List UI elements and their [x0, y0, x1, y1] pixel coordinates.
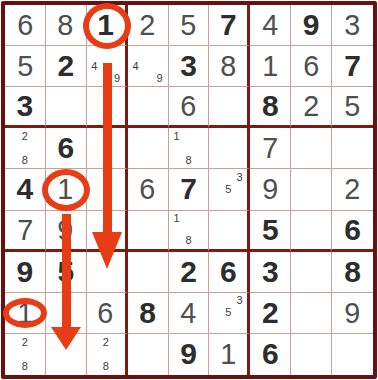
cell-r4c9[interactable] — [332, 128, 373, 169]
cell-r5c7[interactable]: 9 — [250, 169, 291, 210]
cell-r1c8[interactable]: 9 — [291, 5, 332, 46]
cell-r7c5[interactable]: 2 — [169, 252, 210, 293]
pencil-mark-9: 9 — [154, 72, 166, 84]
cell-r6c2[interactable]: 9 — [46, 211, 87, 252]
given-digit: 3 — [345, 10, 361, 40]
given-digit: 6 — [98, 298, 114, 328]
pencil-marks: 28 — [7, 336, 43, 373]
given-digit: 1 — [17, 298, 33, 328]
cell-r2c8[interactable]: 6 — [291, 46, 332, 87]
cell-r2c6[interactable]: 8 — [209, 46, 250, 87]
given-digit: 6 — [303, 51, 319, 81]
pencil-mark-9: 9 — [111, 72, 122, 84]
cell-r1c1[interactable]: 6 — [5, 5, 46, 46]
given-digit: 6 — [17, 10, 33, 40]
solved-digit: 8 — [344, 257, 361, 287]
pencil-marks: 18 — [171, 213, 207, 247]
cell-r3c6[interactable] — [209, 87, 250, 128]
cell-r3c1[interactable]: 3 — [5, 87, 46, 128]
cell-r8c3[interactable]: 6 — [87, 293, 128, 334]
cell-r1c5[interactable]: 5 — [169, 5, 210, 46]
cell-r4c2[interactable]: 6 — [46, 128, 87, 169]
cell-r3c4[interactable] — [128, 87, 169, 128]
cell-r3c7[interactable]: 8 — [250, 87, 291, 128]
solved-digit: 7 — [220, 10, 237, 40]
cell-r1c6[interactable]: 7 — [209, 5, 250, 46]
cell-r3c5[interactable]: 6 — [169, 87, 210, 128]
pencil-marks: 35 — [211, 295, 245, 331]
cell-r9c8[interactable] — [291, 334, 332, 375]
pencil-mark-4: 4 — [130, 60, 142, 72]
solved-digit: 9 — [17, 257, 34, 287]
given-digit: 2 — [345, 174, 361, 204]
cell-r6c5[interactable]: 18 — [169, 211, 210, 252]
solved-digit: 2 — [57, 51, 74, 81]
cell-r9c6[interactable]: 1 — [209, 334, 250, 375]
cell-r1c9[interactable]: 3 — [332, 5, 373, 46]
cell-r7c3[interactable] — [87, 252, 128, 293]
given-digit: 7 — [262, 133, 278, 163]
solved-digit: 6 — [220, 257, 237, 287]
cell-r7c9[interactable]: 8 — [332, 252, 373, 293]
given-digit: 4 — [180, 298, 196, 328]
cell-r3c2[interactable] — [46, 87, 87, 128]
solved-digit: 3 — [17, 91, 34, 121]
cell-r6c1[interactable]: 7 — [5, 211, 46, 252]
given-digit: 6 — [180, 91, 196, 121]
cell-r5c8[interactable] — [291, 169, 332, 210]
pencil-mark-2: 2 — [19, 130, 31, 142]
cell-r4c3[interactable] — [87, 128, 128, 169]
solved-digit: 6 — [344, 215, 361, 245]
cell-r1c4[interactable]: 2 — [128, 5, 169, 46]
given-digit: 2 — [140, 10, 156, 40]
pencil-mark-5: 5 — [223, 307, 234, 319]
cell-r9c7[interactable]: 6 — [250, 334, 291, 375]
cell-r9c9[interactable] — [332, 334, 373, 375]
cell-r7c2[interactable]: 5 — [46, 252, 87, 293]
cell-r5c5[interactable]: 7 — [169, 169, 210, 210]
cell-r8c7[interactable]: 2 — [250, 293, 291, 334]
given-digit: 9 — [262, 174, 278, 204]
solved-digit: 4 — [17, 174, 34, 204]
cell-r4c4[interactable] — [128, 128, 169, 169]
solved-digit: 3 — [262, 257, 279, 287]
cell-r2c9[interactable]: 7 — [332, 46, 373, 87]
cell-r7c6[interactable]: 6 — [209, 252, 250, 293]
pencil-mark-1: 1 — [171, 213, 183, 224]
pencil-mark-5: 5 — [223, 183, 234, 195]
solved-digit: 7 — [180, 174, 197, 204]
cell-r8c9[interactable]: 9 — [332, 293, 373, 334]
cell-r7c1[interactable]: 9 — [5, 252, 46, 293]
cell-r2c2[interactable]: 2 — [46, 46, 87, 87]
given-digit: 4 — [262, 10, 278, 40]
given-digit: 1 — [262, 51, 278, 81]
solved-digit: 6 — [57, 133, 74, 163]
cell-r6c8[interactable] — [291, 211, 332, 252]
pencil-marks: 49 — [130, 48, 166, 84]
cell-r4c7[interactable]: 7 — [250, 128, 291, 169]
solved-digit: 5 — [262, 215, 279, 245]
cell-r5c4[interactable]: 6 — [128, 169, 169, 210]
cell-r4c1[interactable]: 28 — [5, 128, 46, 169]
pencil-marks: 28 — [7, 130, 43, 166]
cell-r8c4[interactable]: 8 — [128, 293, 169, 334]
cell-r1c2[interactable]: 8 — [46, 5, 87, 46]
cell-r2c3[interactable]: 49 — [87, 46, 128, 87]
cell-r5c6[interactable]: 35 — [209, 169, 250, 210]
sudoku-app: 6812574935249493816736825286187416735927… — [0, 0, 378, 380]
pencil-mark-2: 2 — [19, 336, 31, 348]
cell-r6c6[interactable] — [209, 211, 250, 252]
pencil-mark-1: 1 — [171, 130, 183, 142]
cell-r8c1[interactable]: 1 — [5, 293, 46, 334]
pencil-mark-8: 8 — [100, 361, 111, 373]
cell-r6c9[interactable]: 6 — [332, 211, 373, 252]
cell-r6c7[interactable]: 5 — [250, 211, 291, 252]
cell-r3c9[interactable]: 5 — [332, 87, 373, 128]
cell-r5c2[interactable]: 1 — [46, 169, 87, 210]
pencil-marks: 18 — [171, 130, 207, 166]
solved-digit: 3 — [180, 51, 197, 81]
solved-digit: 7 — [344, 51, 361, 81]
cell-r5c1[interactable]: 4 — [5, 169, 46, 210]
cell-r8c8[interactable] — [291, 293, 332, 334]
given-digit: 1 — [220, 339, 236, 369]
cell-r8c5[interactable]: 4 — [169, 293, 210, 334]
solved-digit: 2 — [180, 257, 197, 287]
cell-r1c3[interactable]: 1 — [87, 5, 128, 46]
given-digit: 8 — [220, 51, 236, 81]
cell-r8c6[interactable]: 35 — [209, 293, 250, 334]
given-digit: 5 — [17, 51, 33, 81]
solved-digit: 9 — [303, 10, 320, 40]
pencil-mark-3: 3 — [234, 171, 245, 183]
cell-r7c8[interactable] — [291, 252, 332, 293]
cell-r9c5[interactable]: 9 — [169, 334, 210, 375]
cell-r4c5[interactable]: 18 — [169, 128, 210, 169]
cell-r7c7[interactable]: 3 — [250, 252, 291, 293]
cell-r4c8[interactable] — [291, 128, 332, 169]
given-digit: 9 — [58, 215, 74, 245]
solved-digit: 1 — [97, 10, 114, 40]
pencil-mark-3: 3 — [234, 295, 245, 307]
given-digit: 1 — [58, 174, 74, 204]
sudoku-board: 6812574935249493816736825286187416735927… — [1, 1, 377, 379]
given-digit: 5 — [345, 91, 361, 121]
cell-r9c1[interactable]: 28 — [5, 334, 46, 375]
cell-r7c4[interactable] — [128, 252, 169, 293]
cell-r2c7[interactable]: 1 — [250, 46, 291, 87]
cell-r9c4[interactable] — [128, 334, 169, 375]
cell-r5c3[interactable] — [87, 169, 128, 210]
cell-r6c4[interactable] — [128, 211, 169, 252]
pencil-marks: 28 — [89, 336, 123, 373]
solved-digit: 9 — [180, 339, 197, 369]
cell-r3c8[interactable]: 2 — [291, 87, 332, 128]
solved-digit: 6 — [262, 339, 279, 369]
pencil-mark-8: 8 — [183, 154, 195, 166]
given-digit: 9 — [345, 298, 361, 328]
solved-digit: 2 — [262, 298, 279, 328]
cell-r9c3[interactable]: 28 — [87, 334, 128, 375]
given-digit: 5 — [180, 10, 196, 40]
cell-r2c4[interactable]: 49 — [128, 46, 169, 87]
solved-digit: 8 — [139, 298, 156, 328]
cell-r2c1[interactable]: 5 — [5, 46, 46, 87]
pencil-mark-2: 2 — [100, 336, 111, 348]
pencil-marks: 35 — [211, 171, 245, 207]
given-digit: 7 — [17, 215, 33, 245]
pencil-mark-4: 4 — [89, 60, 100, 72]
cell-r4c6[interactable] — [209, 128, 250, 169]
cell-r2c5[interactable]: 3 — [169, 46, 210, 87]
pencil-marks: 49 — [89, 48, 123, 84]
given-digit: 8 — [58, 10, 74, 40]
cell-r5c9[interactable]: 2 — [332, 169, 373, 210]
cell-r6c3[interactable] — [87, 211, 128, 252]
pencil-mark-8: 8 — [19, 361, 31, 373]
cell-r9c2[interactable] — [46, 334, 87, 375]
cell-r8c2[interactable] — [46, 293, 87, 334]
solved-digit: 5 — [57, 257, 74, 287]
given-digit: 6 — [140, 174, 156, 204]
cell-r3c3[interactable] — [87, 87, 128, 128]
pencil-mark-8: 8 — [183, 235, 195, 246]
given-digit: 2 — [303, 91, 319, 121]
cell-r1c7[interactable]: 4 — [250, 5, 291, 46]
pencil-mark-8: 8 — [19, 154, 31, 166]
solved-digit: 8 — [262, 91, 279, 121]
